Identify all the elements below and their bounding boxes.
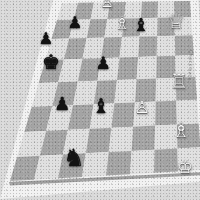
piece-black-pawn-b4[interactable]: ♟ [54, 95, 70, 113]
piece-white-pawn-off-board-top[interactable]: ♙ [100, 0, 113, 10]
piece-white-rook-h5[interactable]: ♖ [170, 71, 188, 91]
piece-black-bishop-e7[interactable]: ♝ [133, 16, 149, 34]
piece-white-pawn-f4[interactable]: ♙ [134, 99, 149, 116]
chess-board-photo: Checkmate ♙♟♗♝♕♟♚♟♖♟♝♙♗♞♔ [0, 0, 200, 200]
piece-white-bishop-h3[interactable]: ♗ [172, 120, 190, 140]
piece-white-queen-h7[interactable]: ♕ [167, 11, 185, 31]
piece-black-bishop-d4[interactable]: ♝ [92, 96, 110, 116]
piece-black-king-a5[interactable]: ♚ [42, 52, 60, 72]
piece-white-bishop-d7[interactable]: ♗ [114, 14, 130, 32]
pieces-layer: ♙♟♗♝♕♟♚♟♖♟♝♙♗♞♔ [0, 0, 200, 200]
piece-black-pawn-a6[interactable]: ♟ [39, 31, 53, 47]
piece-white-king-h1[interactable]: ♔ [177, 158, 193, 176]
piece-black-knight-c2[interactable]: ♞ [63, 146, 85, 170]
piece-black-pawn-a7[interactable]: ♟ [68, 15, 82, 31]
piece-black-pawn-d5[interactable]: ♟ [95, 55, 110, 72]
